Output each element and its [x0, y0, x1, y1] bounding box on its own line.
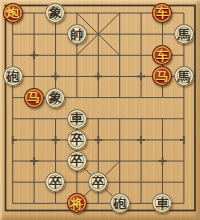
ivory-elephant[interactable]: 象 [45, 3, 65, 23]
red-chariot[interactable]: 车 [152, 45, 172, 65]
red-horse[interactable]: 马 [24, 88, 44, 108]
ivory-pawn[interactable]: 卒 [88, 172, 108, 192]
ivory-cannon[interactable]: 砲 [3, 66, 23, 86]
red-chariot[interactable]: 车 [152, 3, 172, 23]
xiangqi-board[interactable]: 炮象车帥馬车砲马馬马象車卒卒卒卒将砲車 [0, 0, 200, 220]
ivory-horse[interactable]: 馬 [174, 24, 194, 44]
red-cannon[interactable]: 炮 [3, 3, 23, 23]
ivory-pawn[interactable]: 卒 [67, 151, 87, 171]
ivory-horse[interactable]: 馬 [174, 66, 194, 86]
ivory-cannon[interactable]: 砲 [110, 193, 130, 213]
red-general[interactable]: 将 [67, 193, 87, 213]
pieces-layer: 炮象车帥馬车砲马馬马象車卒卒卒卒将砲車 [2, 2, 195, 213]
ivory-general[interactable]: 帥 [67, 24, 87, 44]
ivory-pawn[interactable]: 卒 [67, 130, 87, 150]
ivory-chariot[interactable]: 車 [67, 109, 87, 129]
ivory-chariot[interactable]: 車 [152, 193, 172, 213]
red-horse[interactable]: 马 [152, 66, 172, 86]
ivory-elephant[interactable]: 象 [45, 88, 65, 108]
ivory-pawn[interactable]: 卒 [45, 172, 65, 192]
